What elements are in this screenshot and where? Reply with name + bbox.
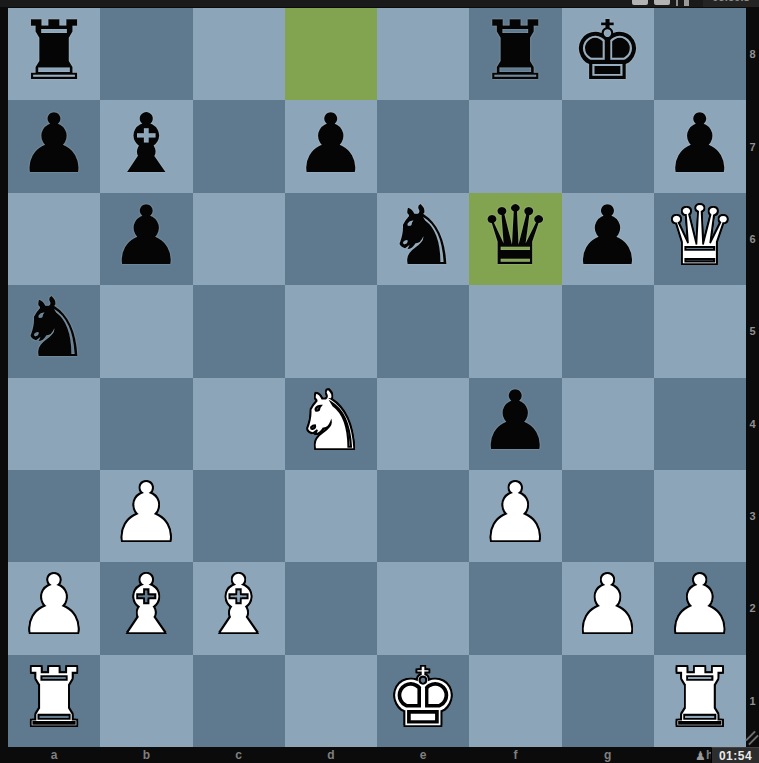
resize-handle[interactable] [744, 731, 758, 745]
square-h8[interactable] [654, 8, 746, 100]
toolbar-separator [676, 0, 678, 6]
rank-label-7: 7 [746, 100, 759, 192]
square-a7[interactable]: ♟ [8, 100, 100, 192]
square-b5[interactable] [100, 285, 192, 377]
square-e3[interactable] [377, 470, 469, 562]
square-c1[interactable] [193, 655, 285, 747]
square-d5[interactable] [285, 285, 377, 377]
piece-white-rook-h1[interactable]: ♜ [663, 657, 737, 739]
rank-label-8: 8 [746, 8, 759, 100]
square-b1[interactable] [100, 655, 192, 747]
square-a3[interactable] [8, 470, 100, 562]
piece-white-rook-a1[interactable]: ♜ [17, 657, 91, 739]
square-f8[interactable]: ♜ [469, 8, 561, 100]
square-a5[interactable]: ♞ [8, 285, 100, 377]
piece-black-bishop-b7[interactable]: ♝ [110, 103, 184, 185]
square-c6[interactable] [193, 193, 285, 285]
toolbar-icon-1[interactable] [632, 0, 648, 5]
rank-coordinates: 87654321 [746, 8, 759, 747]
file-label-slot-a: a [8, 747, 100, 763]
square-f1[interactable] [469, 655, 561, 747]
file-label-slot-b: b [100, 747, 192, 763]
square-b3[interactable]: ♟ [100, 470, 192, 562]
square-e1[interactable]: ♚ [377, 655, 469, 747]
square-g5[interactable] [562, 285, 654, 377]
player-clock: 01:54 [711, 747, 759, 763]
piece-black-knight-e6[interactable]: ♞ [386, 195, 460, 277]
square-d1[interactable] [285, 655, 377, 747]
chess-app-window: 05:59.8 ♜♜♚♟♝♟♟♟♞♛♟♛♞♞♟♟♟♟♝♝♟♟♜♚♜ 876543… [0, 0, 759, 763]
piece-white-queen-h6[interactable]: ♛ [663, 195, 737, 277]
top-toolbar: 05:59.8 [0, 0, 759, 7]
rank-label-4: 4 [746, 378, 759, 470]
piece-white-pawn-f3[interactable]: ♟ [479, 472, 553, 554]
piece-white-bishop-c2[interactable]: ♝ [202, 564, 276, 646]
piece-white-king-e1[interactable]: ♚ [386, 657, 460, 739]
piece-white-pawn-h2[interactable]: ♟ [663, 564, 737, 646]
piece-black-queen-f6[interactable]: ♛ [479, 195, 553, 277]
square-h2[interactable]: ♟ [654, 562, 746, 654]
toolbar-icon-3[interactable] [684, 0, 689, 6]
piece-white-pawn-g2[interactable]: ♟ [571, 564, 645, 646]
pawn-icon: ♟ [695, 750, 706, 762]
file-label-slot-c: c [193, 747, 285, 763]
square-d8[interactable] [285, 8, 377, 100]
square-f3[interactable]: ♟ [469, 470, 561, 562]
rank-label-5: 5 [746, 285, 759, 377]
square-g1[interactable] [562, 655, 654, 747]
square-a4[interactable] [8, 378, 100, 470]
file-coordinates: abcdefg [8, 747, 746, 763]
square-d7[interactable]: ♟ [285, 100, 377, 192]
square-a2[interactable]: ♟ [8, 562, 100, 654]
square-e4[interactable] [377, 378, 469, 470]
square-g2[interactable]: ♟ [562, 562, 654, 654]
piece-white-bishop-b2[interactable]: ♝ [110, 564, 184, 646]
square-d6[interactable] [285, 193, 377, 285]
square-h4[interactable] [654, 378, 746, 470]
square-h1[interactable]: ♜ [654, 655, 746, 747]
piece-white-knight-d4[interactable]: ♞ [294, 380, 368, 462]
square-a8[interactable]: ♜ [8, 8, 100, 100]
square-c4[interactable] [193, 378, 285, 470]
square-c8[interactable] [193, 8, 285, 100]
square-f2[interactable] [469, 562, 561, 654]
file-label-slot-f: f [469, 747, 561, 763]
file-label-slot-d: d [285, 747, 377, 763]
square-b7[interactable]: ♝ [100, 100, 192, 192]
square-h6[interactable]: ♛ [654, 193, 746, 285]
board[interactable]: ♜♜♚♟♝♟♟♟♞♛♟♛♞♞♟♟♟♟♝♝♟♟♜♚♜ [8, 8, 746, 747]
square-f7[interactable] [469, 100, 561, 192]
piece-white-pawn-a2[interactable]: ♟ [17, 564, 91, 646]
square-a1[interactable]: ♜ [8, 655, 100, 747]
square-f4[interactable]: ♟ [469, 378, 561, 470]
piece-black-king-g8[interactable]: ♚ [571, 10, 645, 92]
square-g6[interactable]: ♟ [562, 193, 654, 285]
file-label-slot-g: g [562, 747, 654, 763]
square-a6[interactable] [8, 193, 100, 285]
square-b8[interactable] [100, 8, 192, 100]
square-c5[interactable] [193, 285, 285, 377]
square-d4[interactable]: ♞ [285, 378, 377, 470]
piece-black-pawn-g6[interactable]: ♟ [571, 195, 645, 277]
square-g7[interactable] [562, 100, 654, 192]
square-g8[interactable]: ♚ [562, 8, 654, 100]
square-c2[interactable]: ♝ [193, 562, 285, 654]
piece-white-pawn-b3[interactable]: ♟ [110, 472, 184, 554]
piece-black-pawn-f4[interactable]: ♟ [479, 380, 553, 462]
file-label-slot-e: e [377, 747, 469, 763]
rank-label-6: 6 [746, 193, 759, 285]
piece-black-pawn-b6[interactable]: ♟ [110, 195, 184, 277]
square-f6[interactable]: ♛ [469, 193, 561, 285]
square-e7[interactable] [377, 100, 469, 192]
bottom-bar: abcdefg ♟ h 01:54 [0, 747, 759, 763]
square-c7[interactable] [193, 100, 285, 192]
piece-black-rook-f8[interactable]: ♜ [479, 10, 553, 92]
piece-black-pawn-a7[interactable]: ♟ [17, 103, 91, 185]
square-h3[interactable] [654, 470, 746, 562]
square-g4[interactable] [562, 378, 654, 470]
square-c3[interactable] [193, 470, 285, 562]
square-d2[interactable] [285, 562, 377, 654]
square-f5[interactable] [469, 285, 561, 377]
square-h5[interactable] [654, 285, 746, 377]
square-g3[interactable] [562, 470, 654, 562]
piece-black-rook-a8[interactable]: ♜ [17, 10, 91, 92]
opponent-clock: 05:59.8 [703, 0, 759, 7]
toolbar-icon-2[interactable] [654, 0, 670, 5]
piece-black-pawn-d7[interactable]: ♟ [294, 103, 368, 185]
square-d3[interactable] [285, 470, 377, 562]
square-b6[interactable]: ♟ [100, 193, 192, 285]
square-e2[interactable] [377, 562, 469, 654]
square-e8[interactable] [377, 8, 469, 100]
square-h7[interactable]: ♟ [654, 100, 746, 192]
rank-label-2: 2 [746, 562, 759, 654]
piece-black-knight-a5[interactable]: ♞ [17, 287, 91, 369]
square-b4[interactable] [100, 378, 192, 470]
piece-black-pawn-h7[interactable]: ♟ [663, 103, 737, 185]
square-e6[interactable]: ♞ [377, 193, 469, 285]
square-b2[interactable]: ♝ [100, 562, 192, 654]
rank-label-3: 3 [746, 470, 759, 562]
square-e5[interactable] [377, 285, 469, 377]
